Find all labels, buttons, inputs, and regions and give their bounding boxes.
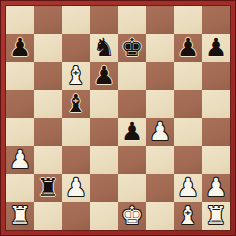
square-e3[interactable] bbox=[118, 146, 146, 174]
piece-white-rook: ♜ bbox=[6, 202, 34, 230]
square-c8[interactable] bbox=[62, 6, 90, 34]
square-b7[interactable] bbox=[34, 34, 62, 62]
piece-black-rook: ♜ bbox=[34, 174, 62, 202]
square-a2[interactable] bbox=[6, 174, 34, 202]
square-d3[interactable] bbox=[90, 146, 118, 174]
piece-white-bishop: ♝ bbox=[174, 202, 202, 230]
square-c5[interactable]: ♝ bbox=[62, 90, 90, 118]
square-d4[interactable] bbox=[90, 118, 118, 146]
square-g4[interactable] bbox=[174, 118, 202, 146]
piece-white-pawn: ♟ bbox=[62, 174, 90, 202]
square-h8[interactable] bbox=[202, 6, 230, 34]
square-h3[interactable] bbox=[202, 146, 230, 174]
square-a6[interactable] bbox=[6, 62, 34, 90]
piece-black-bishop: ♝ bbox=[62, 90, 90, 118]
square-c1[interactable] bbox=[62, 202, 90, 230]
square-e5[interactable] bbox=[118, 90, 146, 118]
square-f3[interactable] bbox=[146, 146, 174, 174]
piece-white-bishop: ♝ bbox=[62, 62, 90, 90]
square-g7[interactable]: ♟ bbox=[174, 34, 202, 62]
piece-black-knight: ♞ bbox=[90, 34, 118, 62]
square-d5[interactable] bbox=[90, 90, 118, 118]
piece-black-pawn: ♟ bbox=[90, 62, 118, 90]
square-b2[interactable]: ♜ bbox=[34, 174, 62, 202]
square-c3[interactable] bbox=[62, 146, 90, 174]
piece-white-king: ♚ bbox=[118, 202, 146, 230]
piece-black-pawn: ♟ bbox=[118, 118, 146, 146]
square-a4[interactable] bbox=[6, 118, 34, 146]
square-f7[interactable] bbox=[146, 34, 174, 62]
square-e8[interactable] bbox=[118, 6, 146, 34]
square-b6[interactable] bbox=[34, 62, 62, 90]
square-d2[interactable] bbox=[90, 174, 118, 202]
square-h1[interactable]: ♜ bbox=[202, 202, 230, 230]
square-e4[interactable]: ♟ bbox=[118, 118, 146, 146]
square-h2[interactable]: ♟ bbox=[202, 174, 230, 202]
chess-board: ♟♞♚♟♟♝♟♝♟♟♟♜♟♟♟♜♚♝♜ bbox=[6, 6, 230, 230]
square-f1[interactable] bbox=[146, 202, 174, 230]
piece-white-pawn: ♟ bbox=[146, 118, 174, 146]
square-e1[interactable]: ♚ bbox=[118, 202, 146, 230]
square-h6[interactable] bbox=[202, 62, 230, 90]
square-c6[interactable]: ♝ bbox=[62, 62, 90, 90]
square-b4[interactable] bbox=[34, 118, 62, 146]
square-f4[interactable]: ♟ bbox=[146, 118, 174, 146]
square-e6[interactable] bbox=[118, 62, 146, 90]
square-g5[interactable] bbox=[174, 90, 202, 118]
piece-black-pawn: ♟ bbox=[174, 34, 202, 62]
square-g6[interactable] bbox=[174, 62, 202, 90]
piece-white-pawn: ♟ bbox=[6, 146, 34, 174]
square-c4[interactable] bbox=[62, 118, 90, 146]
chess-board-frame: ♟♞♚♟♟♝♟♝♟♟♟♜♟♟♟♜♚♝♜ bbox=[0, 0, 236, 236]
square-g3[interactable] bbox=[174, 146, 202, 174]
piece-black-pawn: ♟ bbox=[6, 34, 34, 62]
square-d1[interactable] bbox=[90, 202, 118, 230]
piece-white-pawn: ♟ bbox=[174, 174, 202, 202]
piece-black-king: ♚ bbox=[118, 34, 146, 62]
square-a8[interactable] bbox=[6, 6, 34, 34]
piece-black-pawn: ♟ bbox=[202, 34, 230, 62]
square-g8[interactable] bbox=[174, 6, 202, 34]
square-e2[interactable] bbox=[118, 174, 146, 202]
square-h4[interactable] bbox=[202, 118, 230, 146]
square-b8[interactable] bbox=[34, 6, 62, 34]
square-h7[interactable]: ♟ bbox=[202, 34, 230, 62]
square-f2[interactable] bbox=[146, 174, 174, 202]
square-h5[interactable] bbox=[202, 90, 230, 118]
square-d8[interactable] bbox=[90, 6, 118, 34]
piece-white-rook: ♜ bbox=[202, 202, 230, 230]
square-f8[interactable] bbox=[146, 6, 174, 34]
square-f6[interactable] bbox=[146, 62, 174, 90]
square-f5[interactable] bbox=[146, 90, 174, 118]
square-b1[interactable] bbox=[34, 202, 62, 230]
square-e7[interactable]: ♚ bbox=[118, 34, 146, 62]
square-c2[interactable]: ♟ bbox=[62, 174, 90, 202]
square-a5[interactable] bbox=[6, 90, 34, 118]
square-g2[interactable]: ♟ bbox=[174, 174, 202, 202]
square-g1[interactable]: ♝ bbox=[174, 202, 202, 230]
square-b3[interactable] bbox=[34, 146, 62, 174]
square-c7[interactable] bbox=[62, 34, 90, 62]
square-d7[interactable]: ♞ bbox=[90, 34, 118, 62]
square-d6[interactable]: ♟ bbox=[90, 62, 118, 90]
square-a3[interactable]: ♟ bbox=[6, 146, 34, 174]
square-b5[interactable] bbox=[34, 90, 62, 118]
square-a7[interactable]: ♟ bbox=[6, 34, 34, 62]
piece-white-pawn: ♟ bbox=[202, 174, 230, 202]
square-a1[interactable]: ♜ bbox=[6, 202, 34, 230]
